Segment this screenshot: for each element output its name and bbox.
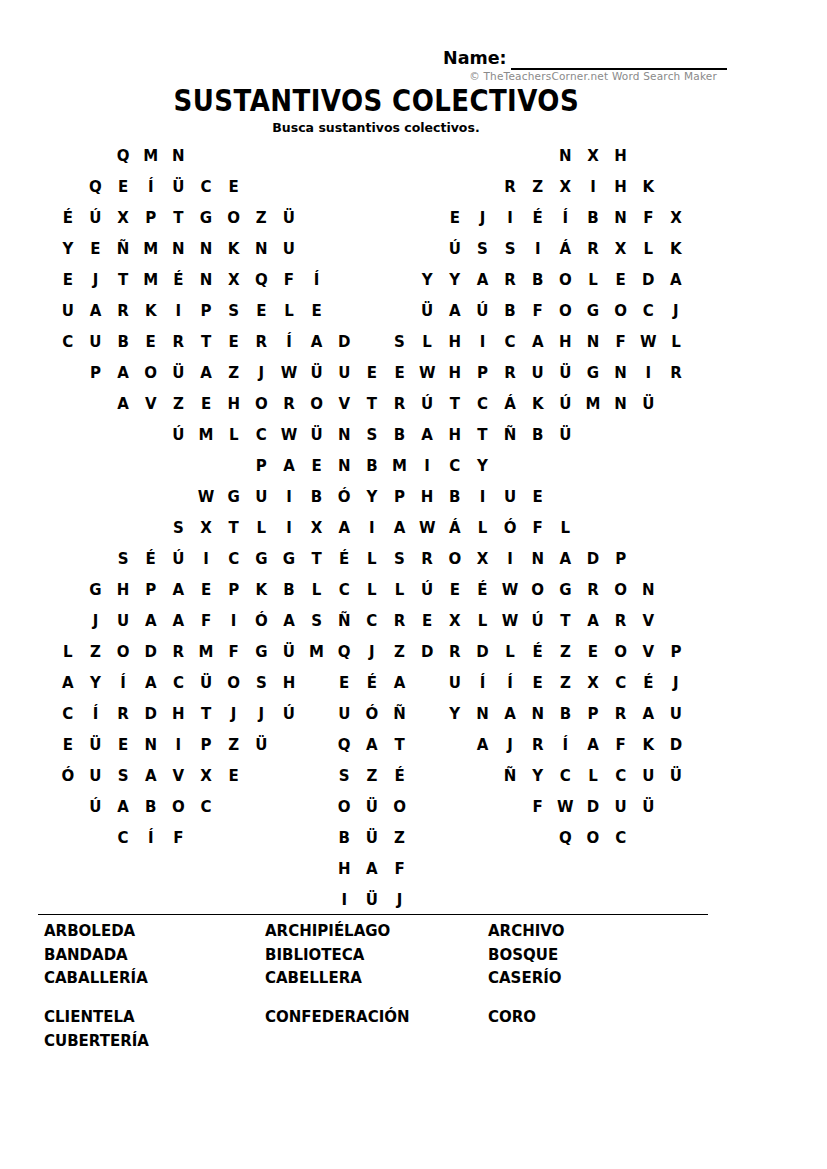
grid-letter: H — [607, 141, 635, 172]
grid-letter: B — [524, 420, 552, 451]
grid-letter: P — [137, 575, 165, 606]
grid-letter: E — [192, 575, 220, 606]
grid-letter: Ñ — [496, 761, 524, 792]
grid-letter: Ü — [552, 420, 580, 451]
grid-letter: O — [165, 792, 193, 823]
grid-letter: L — [303, 575, 331, 606]
grid-letter: M — [137, 141, 165, 172]
grid-letter: F — [524, 296, 552, 327]
puzzle-subtitle: Busca sustantivos colectivos. — [272, 120, 479, 135]
grid-letter: U — [109, 606, 137, 637]
grid-letter: E — [109, 172, 137, 203]
word-item: ARBOLEDA — [44, 919, 265, 943]
grid-letter: Ü — [662, 761, 690, 792]
grid-letter: D — [469, 637, 497, 668]
grid-letter: É — [634, 668, 662, 699]
grid-letter: A — [358, 854, 386, 885]
grid-letter: C — [496, 327, 524, 358]
grid-letter: A — [469, 265, 497, 296]
grid-letter: G — [192, 203, 220, 234]
grid-letter: P — [82, 358, 110, 389]
grid-letter: H — [165, 699, 193, 730]
grid-letter: R — [607, 606, 635, 637]
grid-letter: C — [607, 761, 635, 792]
grid-letter: U — [247, 482, 275, 513]
grid-letter: L — [662, 327, 690, 358]
grid-letter: A — [192, 358, 220, 389]
grid-letter: R — [662, 358, 690, 389]
grid-letter: Á — [552, 234, 580, 265]
grid-letter: N — [524, 544, 552, 575]
grid-letter: K — [524, 389, 552, 420]
grid-letter: I — [496, 203, 524, 234]
grid-letter: S — [358, 420, 386, 451]
grid-letter: Ü — [275, 203, 303, 234]
word-item: BOSQUE — [488, 943, 688, 967]
grid-letter: S — [220, 296, 248, 327]
grid-letter: C — [54, 327, 82, 358]
grid-letter: A — [386, 668, 414, 699]
grid-letter: Ü — [413, 296, 441, 327]
grid-letter: Ü — [165, 358, 193, 389]
grid-letter: Y — [441, 265, 469, 296]
grid-letter: M — [192, 637, 220, 668]
grid-letter: T — [358, 389, 386, 420]
grid-letter: E — [303, 296, 331, 327]
grid-letter: A — [496, 699, 524, 730]
grid-letter: Ú — [441, 234, 469, 265]
grid-letter: L — [358, 575, 386, 606]
grid-letter: Z — [524, 172, 552, 203]
grid-letter: G — [247, 544, 275, 575]
grid-letter: O — [386, 792, 414, 823]
grid-letter: J — [82, 265, 110, 296]
grid-letter: X — [303, 513, 331, 544]
grid-letter: Ü — [358, 792, 386, 823]
grid-letter: T — [469, 420, 497, 451]
grid-letter: R — [386, 606, 414, 637]
grid-letter: É — [165, 265, 193, 296]
grid-letter: Z — [552, 668, 580, 699]
grid-letter: Í — [275, 327, 303, 358]
grid-letter: N — [165, 141, 193, 172]
grid-letter: I — [413, 451, 441, 482]
grid-letter: H — [275, 668, 303, 699]
grid-letter: C — [109, 823, 137, 854]
grid-letter: N — [524, 699, 552, 730]
word-item-empty — [265, 1029, 488, 1053]
word-item: BIBLIOTECA — [265, 943, 488, 967]
grid-letter: A — [413, 420, 441, 451]
grid-letter: Y — [413, 265, 441, 296]
grid-letter: O — [607, 575, 635, 606]
grid-letter: N — [192, 234, 220, 265]
grid-letter: P — [247, 451, 275, 482]
grid-letter: Í — [552, 730, 580, 761]
grid-letter: Z — [165, 389, 193, 420]
grid-letter: R — [496, 358, 524, 389]
grid-letter: Q — [109, 141, 137, 172]
grid-letter: R — [496, 172, 524, 203]
grid-letter: Q — [330, 730, 358, 761]
grid-letter: Ú — [552, 389, 580, 420]
grid-letter: A — [386, 513, 414, 544]
grid-letter: Ñ — [109, 234, 137, 265]
grid-letter: S — [165, 513, 193, 544]
grid-letter: O — [607, 296, 635, 327]
grid-letter: B — [303, 482, 331, 513]
grid-letter: P — [469, 358, 497, 389]
grid-letter: U — [275, 234, 303, 265]
grid-letter: U — [54, 296, 82, 327]
grid-letter: Í — [496, 668, 524, 699]
worksheet-page: Name: © TheTeachersCorner.net Word Searc… — [0, 0, 827, 1169]
grid-letter: I — [275, 482, 303, 513]
grid-letter: H — [109, 575, 137, 606]
grid-letter: C — [220, 544, 248, 575]
grid-letter: U — [634, 761, 662, 792]
grid-letter: Ñ — [386, 699, 414, 730]
grid-letter: J — [247, 699, 275, 730]
grid-letter: Ü — [82, 730, 110, 761]
grid-letter: A — [109, 792, 137, 823]
title-row: SUSTANTIVOS COLECTIVOS — [36, 82, 716, 118]
grid-letter: P — [386, 482, 414, 513]
grid-letter: X — [607, 234, 635, 265]
word-item-empty — [488, 990, 688, 1005]
grid-letter: P — [137, 203, 165, 234]
name-blank-line — [511, 46, 727, 70]
grid-letter: P — [579, 699, 607, 730]
grid-letter: R — [496, 265, 524, 296]
grid-letter: É — [54, 203, 82, 234]
grid-letter: Ü — [303, 420, 331, 451]
grid-letter: Ú — [413, 575, 441, 606]
grid-letter: X — [662, 203, 690, 234]
grid-letter: D — [579, 792, 607, 823]
grid-letter: R — [386, 389, 414, 420]
grid-letter: Í — [469, 668, 497, 699]
grid-letter: M — [137, 265, 165, 296]
grid-letter: A — [579, 606, 607, 637]
grid-letter: I — [634, 358, 662, 389]
grid-letter: H — [441, 358, 469, 389]
grid-letter: U — [330, 358, 358, 389]
grid-letter: É — [524, 203, 552, 234]
grid-letter: Ú — [275, 699, 303, 730]
grid-letter: I — [330, 885, 358, 916]
grid-letter: K — [634, 172, 662, 203]
grid-letter: I — [358, 513, 386, 544]
grid-letter: É — [358, 668, 386, 699]
grid-letter: K — [220, 234, 248, 265]
grid-letter: V — [330, 389, 358, 420]
grid-letter: F — [165, 823, 193, 854]
grid-letter: O — [552, 296, 580, 327]
grid-letter: Í — [109, 668, 137, 699]
grid-letter: A — [579, 730, 607, 761]
grid-letter: Ú — [524, 606, 552, 637]
grid-letter: J — [662, 668, 690, 699]
grid-letter: X — [579, 141, 607, 172]
grid-letter: T — [441, 389, 469, 420]
word-item: CUBERTERÍA — [44, 1029, 265, 1053]
grid-letter: S — [496, 234, 524, 265]
grid-letter: E — [247, 296, 275, 327]
grid-letter: Ó — [330, 482, 358, 513]
grid-letter: N — [330, 451, 358, 482]
grid-letter: E — [54, 730, 82, 761]
grid-letter: S — [109, 761, 137, 792]
grid-letter: C — [165, 668, 193, 699]
grid-letter: L — [496, 637, 524, 668]
grid-letter: V — [634, 637, 662, 668]
grid-letter: O — [330, 792, 358, 823]
grid-letter: O — [220, 203, 248, 234]
grid-letter: Ü — [634, 389, 662, 420]
grid-letter: A — [358, 730, 386, 761]
grid-letter: Q — [330, 637, 358, 668]
grid-letter: N — [607, 358, 635, 389]
grid-letter: J — [386, 885, 414, 916]
grid-letter: Í — [552, 203, 580, 234]
grid-letter: Ü — [275, 637, 303, 668]
grid-letter: D — [634, 265, 662, 296]
grid-letter: Z — [220, 358, 248, 389]
grid-letter: T — [192, 699, 220, 730]
grid-letter: X — [192, 513, 220, 544]
grid-letter: A — [109, 358, 137, 389]
grid-letter: L — [579, 265, 607, 296]
grid-letter: W — [634, 327, 662, 358]
grid-letter: J — [469, 203, 497, 234]
grid-letter: R — [441, 637, 469, 668]
grid-letter: D — [579, 544, 607, 575]
grid-letter: F — [275, 265, 303, 296]
grid-letter: O — [441, 544, 469, 575]
grid-letter: P — [607, 544, 635, 575]
grid-letter: X — [109, 203, 137, 234]
grid-letter: Ú — [165, 420, 193, 451]
grid-letter: M — [137, 234, 165, 265]
word-list: ARBOLEDAARCHIPIÉLAGOARCHIVOBANDADABIBLIO… — [44, 919, 688, 1052]
grid-letter: A — [552, 544, 580, 575]
grid-letter: H — [441, 327, 469, 358]
grid-letter: T — [192, 327, 220, 358]
grid-letter: K — [634, 730, 662, 761]
grid-letter: A — [54, 668, 82, 699]
grid-letter: E — [303, 451, 331, 482]
grid-letter: T — [220, 513, 248, 544]
grid-letter: O — [524, 575, 552, 606]
grid-letter: A — [82, 296, 110, 327]
grid-letter: S — [469, 234, 497, 265]
grid-letter: A — [137, 606, 165, 637]
grid-letter: L — [552, 513, 580, 544]
grid-letter: R — [165, 327, 193, 358]
grid-letter: T — [386, 730, 414, 761]
grid-letter: V — [137, 389, 165, 420]
grid-letter: S — [330, 761, 358, 792]
word-item: ARCHIPIÉLAGO — [265, 919, 488, 943]
grid-letter: R — [579, 234, 607, 265]
grid-letter: R — [247, 327, 275, 358]
grid-letter: C — [192, 792, 220, 823]
grid-letter: M — [303, 637, 331, 668]
grid-letter: R — [607, 699, 635, 730]
grid-letter: H — [413, 482, 441, 513]
grid-letter: L — [469, 513, 497, 544]
grid-letter: E — [330, 668, 358, 699]
grid-letter: B — [441, 482, 469, 513]
grid-letter: F — [524, 513, 552, 544]
grid-letter: O — [220, 668, 248, 699]
grid-letter: O — [247, 389, 275, 420]
grid-letter: Z — [247, 203, 275, 234]
grid-letter: U — [441, 668, 469, 699]
grid-letter: Ú — [82, 792, 110, 823]
grid-letter: B — [552, 699, 580, 730]
grid-letter: J — [247, 358, 275, 389]
grid-letter: O — [109, 637, 137, 668]
grid-letter: C — [607, 668, 635, 699]
grid-letter: C — [441, 451, 469, 482]
grid-letter: S — [386, 544, 414, 575]
grid-letter: E — [220, 172, 248, 203]
word-item-empty — [488, 1029, 688, 1053]
grid-letter: X — [469, 544, 497, 575]
word-search-grid: QMNNXHQEÍÜCERZXIHKÉÚXPTGOZÜEJIÉÍBNFXYEÑM… — [54, 141, 690, 916]
grid-letter: E — [220, 327, 248, 358]
grid-letter: J — [496, 730, 524, 761]
grid-letter: G — [247, 637, 275, 668]
grid-letter: Y — [524, 761, 552, 792]
grid-letter: Ñ — [496, 420, 524, 451]
grid-letter: E — [441, 575, 469, 606]
grid-letter: M — [192, 420, 220, 451]
grid-letter: B — [358, 451, 386, 482]
grid-letter: I — [469, 327, 497, 358]
grid-letter: O — [137, 358, 165, 389]
grid-letter: Ü — [303, 358, 331, 389]
grid-letter: I — [192, 544, 220, 575]
grid-letter: E — [386, 358, 414, 389]
grid-letter: B — [330, 823, 358, 854]
grid-letter: Ú — [82, 203, 110, 234]
grid-letter: A — [109, 389, 137, 420]
grid-letter: F — [607, 327, 635, 358]
word-item: ARCHIVO — [488, 919, 688, 943]
grid-letter: N — [247, 234, 275, 265]
grid-letter: K — [137, 296, 165, 327]
grid-letter: L — [413, 327, 441, 358]
grid-letter: I — [496, 544, 524, 575]
grid-letter: P — [220, 575, 248, 606]
grid-letter: A — [469, 730, 497, 761]
grid-letter: Y — [358, 482, 386, 513]
grid-letter: É — [524, 637, 552, 668]
grid-letter: W — [413, 358, 441, 389]
grid-letter: W — [275, 358, 303, 389]
word-item: CABALLERÍA — [44, 966, 265, 990]
grid-letter: I — [469, 482, 497, 513]
grid-letter: Ü — [634, 792, 662, 823]
grid-letter: B — [109, 327, 137, 358]
grid-letter: P — [192, 730, 220, 761]
word-item: CORO — [488, 1005, 688, 1029]
grid-letter: E — [524, 482, 552, 513]
grid-letter: L — [579, 761, 607, 792]
grid-letter: C — [192, 172, 220, 203]
grid-letter: A — [165, 606, 193, 637]
word-item: CASERÍO — [488, 966, 688, 990]
grid-letter: F — [524, 792, 552, 823]
grid-letter: L — [54, 637, 82, 668]
grid-letter: Ü — [552, 358, 580, 389]
grid-letter: A — [330, 513, 358, 544]
grid-letter: J — [358, 637, 386, 668]
grid-letter: N — [552, 141, 580, 172]
grid-letter: G — [82, 575, 110, 606]
grid-letter: L — [275, 296, 303, 327]
grid-letter: Z — [552, 637, 580, 668]
grid-letter: H — [552, 327, 580, 358]
grid-letter: U — [607, 792, 635, 823]
grid-letter: Á — [496, 389, 524, 420]
grid-letter: D — [413, 637, 441, 668]
grid-letter: Ó — [358, 699, 386, 730]
grid-letter: G — [220, 482, 248, 513]
grid-letter: T — [552, 606, 580, 637]
grid-letter: X — [192, 761, 220, 792]
grid-letter: Í — [82, 699, 110, 730]
grid-letter: C — [330, 575, 358, 606]
word-item-empty — [44, 990, 265, 1005]
grid-letter: T — [109, 265, 137, 296]
grid-letter: D — [137, 699, 165, 730]
grid-letter: H — [441, 420, 469, 451]
grid-letter: L — [469, 606, 497, 637]
grid-letter: I — [275, 513, 303, 544]
grid-letter: E — [607, 265, 635, 296]
grid-letter: B — [386, 420, 414, 451]
grid-letter: N — [607, 203, 635, 234]
grid-letter: B — [579, 203, 607, 234]
grid-letter: Ü — [165, 172, 193, 203]
grid-letter: Ó — [496, 513, 524, 544]
grid-letter: C — [358, 606, 386, 637]
grid-letter: V — [165, 761, 193, 792]
grid-letter: N — [165, 234, 193, 265]
grid-letter: L — [220, 420, 248, 451]
grid-letter: H — [607, 172, 635, 203]
grid-letter: U — [524, 358, 552, 389]
grid-letter: E — [137, 327, 165, 358]
grid-letter: U — [662, 699, 690, 730]
grid-letter: E — [579, 637, 607, 668]
grid-letter: E — [54, 265, 82, 296]
grid-letter: X — [441, 606, 469, 637]
grid-letter: E — [109, 730, 137, 761]
grid-letter: N — [192, 265, 220, 296]
grid-letter: Y — [469, 451, 497, 482]
grid-letter: A — [275, 451, 303, 482]
grid-letter: C — [54, 699, 82, 730]
grid-letter: F — [607, 730, 635, 761]
grid-letter: N — [634, 575, 662, 606]
grid-letter: S — [109, 544, 137, 575]
grid-letter: Y — [54, 234, 82, 265]
